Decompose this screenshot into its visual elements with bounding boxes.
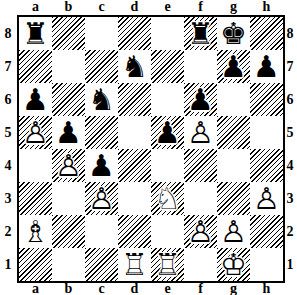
piece-glyph: ♙ (250, 182, 283, 215)
square-b4[interactable]: ♟♙ (52, 149, 85, 182)
square-b8[interactable] (52, 17, 85, 50)
square-d1[interactable]: ♜♖ (118, 248, 151, 281)
square-d4[interactable] (118, 149, 151, 182)
piece-white-king[interactable]: ♚♔ (217, 248, 250, 281)
square-f6[interactable]: ♟♟ (184, 83, 217, 116)
square-f3[interactable] (184, 182, 217, 215)
piece-black-king[interactable]: ♚♚ (217, 17, 250, 50)
square-a8[interactable]: ♜♜ (19, 17, 52, 50)
piece-glyph: ♟ (85, 149, 118, 182)
piece-glyph: ♜ (184, 17, 217, 50)
square-f8[interactable]: ♜♜ (184, 17, 217, 50)
file-label-c: c (85, 0, 118, 14)
square-d8[interactable] (118, 17, 151, 50)
square-d2[interactable] (118, 215, 151, 248)
square-c6[interactable]: ♞♞ (85, 83, 118, 116)
rank-labels-left: 87654321 (1, 17, 15, 281)
file-label-d: d (118, 0, 151, 14)
rank-label-8: 8 (283, 17, 297, 50)
piece-glyph: ♗ (19, 215, 52, 248)
file-label-b: b (52, 0, 85, 14)
piece-black-knight[interactable]: ♞♞ (85, 83, 118, 116)
piece-glyph: ♞ (85, 83, 118, 116)
square-h6[interactable] (250, 83, 283, 116)
square-c5[interactable] (85, 116, 118, 149)
square-f1[interactable] (184, 248, 217, 281)
square-d5[interactable] (118, 116, 151, 149)
square-c7[interactable] (85, 50, 118, 83)
square-f4[interactable] (184, 149, 217, 182)
square-d7[interactable]: ♞♞ (118, 50, 151, 83)
square-b1[interactable] (52, 248, 85, 281)
rank-label-6: 6 (1, 83, 15, 116)
piece-white-bishop[interactable]: ♝♗ (19, 215, 52, 248)
square-e2[interactable] (151, 215, 184, 248)
file-label-d: d (118, 282, 151, 295)
file-label-a: a (19, 282, 52, 295)
piece-glyph: ♙ (52, 149, 85, 182)
piece-glyph: ♙ (184, 116, 217, 149)
square-d3[interactable] (118, 182, 151, 215)
file-label-a: a (19, 0, 52, 14)
square-h4[interactable] (250, 149, 283, 182)
piece-black-pawn[interactable]: ♟♟ (250, 50, 283, 83)
square-d6[interactable] (118, 83, 151, 116)
square-g8[interactable]: ♚♚ (217, 17, 250, 50)
rank-label-5: 5 (283, 116, 297, 149)
piece-white-knight[interactable]: ♞♘ (151, 182, 184, 215)
piece-black-pawn[interactable]: ♟♟ (85, 149, 118, 182)
rank-label-1: 1 (283, 248, 297, 281)
piece-glyph: ♙ (19, 116, 52, 149)
square-a4[interactable] (19, 149, 52, 182)
square-g6[interactable] (217, 83, 250, 116)
square-c1[interactable] (85, 248, 118, 281)
square-b6[interactable] (52, 83, 85, 116)
file-labels-bottom: abcdefgh (19, 282, 283, 295)
rank-label-3: 3 (1, 182, 15, 215)
square-g3[interactable] (217, 182, 250, 215)
chess-diagram: abcdefgh 87654321 ♜♜♜♜♚♚♞♞♟♟♟♟♟♟♞♞♟♟♟♙♟♟… (0, 0, 295, 295)
piece-glyph: ♚ (217, 17, 250, 50)
piece-white-pawn[interactable]: ♟♙ (184, 116, 217, 149)
file-label-f: f (184, 282, 217, 295)
square-a5[interactable]: ♟♙ (19, 116, 52, 149)
file-label-e: e (151, 282, 184, 295)
square-b5[interactable]: ♟♟ (52, 116, 85, 149)
piece-glyph: ♟ (217, 50, 250, 83)
rank-label-6: 6 (283, 83, 297, 116)
rank-label-7: 7 (283, 50, 297, 83)
rank-label-2: 2 (283, 215, 297, 248)
piece-white-rook[interactable]: ♜♖ (118, 248, 151, 281)
piece-white-pawn[interactable]: ♟♙ (52, 149, 85, 182)
file-label-h: h (250, 0, 283, 14)
rank-label-4: 4 (1, 149, 15, 182)
piece-glyph: ♟ (184, 83, 217, 116)
rank-label-3: 3 (283, 182, 297, 215)
rank-labels-right: 87654321 (283, 17, 297, 281)
piece-glyph: ♙ (217, 215, 250, 248)
square-e3[interactable]: ♞♘ (151, 182, 184, 215)
square-f2[interactable]: ♟♙ (184, 215, 217, 248)
square-a2[interactable]: ♝♗ (19, 215, 52, 248)
file-label-h: h (250, 282, 283, 295)
rank-label-4: 4 (283, 149, 297, 182)
piece-glyph: ♟ (151, 116, 184, 149)
square-c2[interactable] (85, 215, 118, 248)
rank-label-7: 7 (1, 50, 15, 83)
piece-black-rook[interactable]: ♜♜ (19, 17, 52, 50)
file-label-c: c (85, 282, 118, 295)
piece-white-rook[interactable]: ♜♖ (151, 248, 184, 281)
square-e1[interactable]: ♜♖ (151, 248, 184, 281)
square-f5[interactable]: ♟♙ (184, 116, 217, 149)
piece-glyph: ♔ (217, 248, 250, 281)
chess-board: ♜♜♜♜♚♚♞♞♟♟♟♟♟♟♞♞♟♟♟♙♟♟♟♟♟♙♟♙♟♟♟♙♞♘♟♙♝♗♟♙… (17, 15, 285, 283)
piece-glyph: ♙ (184, 215, 217, 248)
square-h8[interactable] (250, 17, 283, 50)
square-h5[interactable] (250, 116, 283, 149)
piece-glyph: ♟ (250, 50, 283, 83)
square-e5[interactable]: ♟♟ (151, 116, 184, 149)
piece-glyph: ♙ (85, 182, 118, 215)
square-h7[interactable]: ♟♟ (250, 50, 283, 83)
piece-white-pawn[interactable]: ♟♙ (250, 182, 283, 215)
square-e6[interactable] (151, 83, 184, 116)
square-b7[interactable] (52, 50, 85, 83)
piece-glyph: ♜ (19, 17, 52, 50)
square-e7[interactable] (151, 50, 184, 83)
square-h3[interactable]: ♟♙ (250, 182, 283, 215)
piece-white-pawn[interactable]: ♟♙ (184, 215, 217, 248)
file-label-g: g (217, 0, 250, 14)
file-label-b: b (52, 282, 85, 295)
square-g4[interactable] (217, 149, 250, 182)
square-f7[interactable] (184, 50, 217, 83)
square-b3[interactable] (52, 182, 85, 215)
square-g7[interactable]: ♟♟ (217, 50, 250, 83)
square-b2[interactable] (52, 215, 85, 248)
square-e4[interactable] (151, 149, 184, 182)
rank-label-5: 5 (1, 116, 15, 149)
piece-black-rook[interactable]: ♜♜ (184, 17, 217, 50)
piece-white-pawn[interactable]: ♟♙ (19, 116, 52, 149)
square-e8[interactable] (151, 17, 184, 50)
square-g1[interactable]: ♚♔ (217, 248, 250, 281)
piece-black-pawn[interactable]: ♟♟ (217, 50, 250, 83)
square-c3[interactable]: ♟♙ (85, 182, 118, 215)
square-a1[interactable] (19, 248, 52, 281)
square-a7[interactable] (19, 50, 52, 83)
file-label-f: f (184, 0, 217, 14)
square-g5[interactable] (217, 116, 250, 149)
square-h1[interactable] (250, 248, 283, 281)
piece-black-knight[interactable]: ♞♞ (118, 50, 151, 83)
square-c4[interactable]: ♟♟ (85, 149, 118, 182)
piece-black-pawn[interactable]: ♟♟ (52, 116, 85, 149)
piece-white-pawn[interactable]: ♟♙ (85, 182, 118, 215)
piece-glyph: ♖ (118, 248, 151, 281)
piece-black-pawn[interactable]: ♟♟ (184, 83, 217, 116)
piece-black-pawn[interactable]: ♟♟ (19, 83, 52, 116)
piece-glyph: ♘ (151, 182, 184, 215)
rank-label-8: 8 (1, 17, 15, 50)
piece-glyph: ♖ (151, 248, 184, 281)
square-g2[interactable]: ♟♙ (217, 215, 250, 248)
rank-label-1: 1 (1, 248, 15, 281)
piece-black-pawn[interactable]: ♟♟ (151, 116, 184, 149)
file-label-e: e (151, 0, 184, 14)
square-a3[interactable] (19, 182, 52, 215)
piece-white-pawn[interactable]: ♟♙ (217, 215, 250, 248)
piece-glyph: ♟ (19, 83, 52, 116)
piece-glyph: ♟ (52, 116, 85, 149)
piece-glyph: ♞ (118, 50, 151, 83)
rank-label-2: 2 (1, 215, 15, 248)
square-h2[interactable] (250, 215, 283, 248)
square-c8[interactable] (85, 17, 118, 50)
file-label-g: g (217, 282, 250, 295)
square-a6[interactable]: ♟♟ (19, 83, 52, 116)
file-labels-top: abcdefgh (19, 0, 283, 14)
